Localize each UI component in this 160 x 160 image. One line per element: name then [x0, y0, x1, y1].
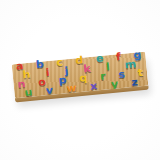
puzzle-board: abcdefghijklmnopqrstuvwxyz — [12, 52, 149, 99]
letter-piece-q[interactable]: q — [79, 74, 88, 83]
letter-piece-c[interactable]: c — [56, 58, 63, 67]
letter-piece-b[interactable]: b — [36, 60, 45, 69]
letter-piece-m[interactable]: m — [124, 60, 136, 69]
letter-piece-f[interactable]: f — [116, 52, 122, 61]
letter-piece-s[interactable]: s — [118, 70, 125, 79]
letter-piece-v[interactable]: v — [45, 86, 53, 95]
letter-piece-z[interactable]: z — [131, 78, 138, 87]
letter-piece-x[interactable]: x — [90, 82, 98, 91]
product-photo: abcdefghijklmnopqrstuvwxyz — [0, 0, 160, 160]
letter-piece-r[interactable]: r — [100, 72, 106, 81]
letter-piece-e[interactable]: e — [96, 54, 104, 63]
letter-piece-i[interactable]: i — [45, 68, 50, 77]
letter-piece-y[interactable]: y — [110, 80, 118, 89]
letter-piece-t[interactable]: t — [137, 68, 143, 77]
letter-piece-l[interactable]: l — [106, 62, 111, 71]
